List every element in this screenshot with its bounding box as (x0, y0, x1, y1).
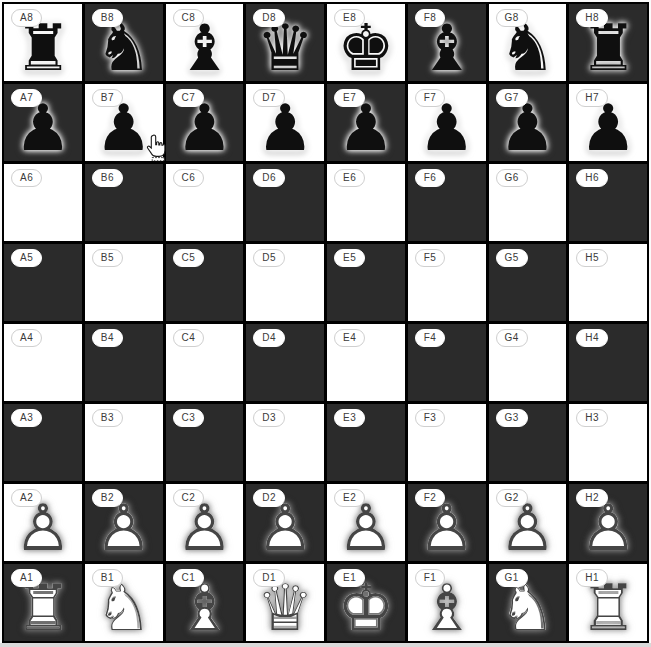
square-h3[interactable]: H3 (569, 404, 647, 481)
square-g6[interactable]: G6 (489, 164, 567, 241)
square-label: C8 (173, 9, 205, 27)
square-c3[interactable]: C3 (166, 404, 244, 481)
square-label: B4 (92, 329, 123, 347)
square-e3[interactable]: E3 (327, 404, 405, 481)
square-label: E5 (334, 249, 365, 267)
square-b1[interactable]: B1♞♘ (85, 564, 163, 641)
square-e4[interactable]: E4 (327, 324, 405, 401)
square-label: D6 (253, 169, 285, 187)
square-label: G4 (496, 329, 528, 347)
square-label: A3 (11, 409, 42, 427)
square-label: F3 (415, 409, 446, 427)
square-b2[interactable]: B2♟♙ (85, 484, 163, 561)
square-d8[interactable]: D8♛ (246, 4, 324, 81)
square-c7[interactable]: C7♟ (166, 84, 244, 161)
square-label: F5 (415, 249, 446, 267)
square-label: C7 (173, 89, 205, 107)
square-label: G7 (496, 89, 528, 107)
square-label: A7 (11, 89, 42, 107)
square-f8[interactable]: F8♝ (408, 4, 486, 81)
square-label: C6 (173, 169, 205, 187)
square-a1[interactable]: A1♜♖ (4, 564, 82, 641)
square-label: G2 (496, 489, 528, 507)
square-a3[interactable]: A3 (4, 404, 82, 481)
square-f1[interactable]: F1♝♗ (408, 564, 486, 641)
square-c1[interactable]: C1♝♗ (166, 564, 244, 641)
square-label: H5 (576, 249, 608, 267)
square-label: D4 (253, 329, 285, 347)
square-label: G3 (496, 409, 528, 427)
square-label: C5 (173, 249, 205, 267)
square-f4[interactable]: F4 (408, 324, 486, 401)
square-d1[interactable]: D1♛♕ (246, 564, 324, 641)
square-g3[interactable]: G3 (489, 404, 567, 481)
square-label: F6 (415, 169, 446, 187)
square-label: H7 (576, 89, 608, 107)
square-d3[interactable]: D3 (246, 404, 324, 481)
square-label: B8 (92, 9, 123, 27)
square-a2[interactable]: A2♟♙ (4, 484, 82, 561)
square-d6[interactable]: D6 (246, 164, 324, 241)
square-label: A6 (11, 169, 42, 187)
square-h7[interactable]: H7♟ (569, 84, 647, 161)
square-label: D2 (253, 489, 285, 507)
square-label: D3 (253, 409, 285, 427)
square-label: G1 (496, 569, 528, 587)
square-d4[interactable]: D4 (246, 324, 324, 401)
square-label: E3 (334, 409, 365, 427)
square-e5[interactable]: E5 (327, 244, 405, 321)
square-label: B5 (92, 249, 123, 267)
square-label: A1 (11, 569, 42, 587)
square-label: B3 (92, 409, 123, 427)
square-c6[interactable]: C6 (166, 164, 244, 241)
square-label: H6 (576, 169, 608, 187)
square-label: B7 (92, 89, 123, 107)
square-e8[interactable]: E8♚ (327, 4, 405, 81)
square-label: B6 (92, 169, 123, 187)
square-f6[interactable]: F6 (408, 164, 486, 241)
square-e2[interactable]: E2♟♙ (327, 484, 405, 561)
square-label: F4 (415, 329, 446, 347)
square-g5[interactable]: G5 (489, 244, 567, 321)
square-label: G8 (496, 9, 528, 27)
square-label: A2 (11, 489, 42, 507)
square-label: G6 (496, 169, 528, 187)
square-g8[interactable]: G8♞ (489, 4, 567, 81)
square-f2[interactable]: F2♟♙ (408, 484, 486, 561)
square-b5[interactable]: B5 (85, 244, 163, 321)
square-f5[interactable]: F5 (408, 244, 486, 321)
square-label: F1 (415, 569, 446, 587)
square-c2[interactable]: C2♟♙ (166, 484, 244, 561)
square-c8[interactable]: C8♝ (166, 4, 244, 81)
square-label: C4 (173, 329, 205, 347)
square-label: A4 (11, 329, 42, 347)
square-g1[interactable]: G1♞♘ (489, 564, 567, 641)
square-label: H3 (576, 409, 608, 427)
square-label: C3 (173, 409, 205, 427)
square-f3[interactable]: F3 (408, 404, 486, 481)
square-a7[interactable]: A7♟ (4, 84, 82, 161)
square-label: F8 (415, 9, 446, 27)
square-g7[interactable]: G7♟ (489, 84, 567, 161)
square-h1[interactable]: H1♜♖ (569, 564, 647, 641)
square-label: H1 (576, 569, 608, 587)
square-label: A8 (11, 9, 42, 27)
chess-board: A8♜B8♞C8♝D8♛E8♚F8♝G8♞H8♜A7♟B7♟C7♟D7♟E7♟F… (2, 2, 649, 643)
square-label: C1 (173, 569, 205, 587)
chess-app: A8♜B8♞C8♝D8♛E8♚F8♝G8♞H8♜A7♟B7♟C7♟D7♟E7♟F… (0, 0, 651, 647)
square-label: H4 (576, 329, 608, 347)
square-label: C2 (173, 489, 205, 507)
square-label: E6 (334, 169, 365, 187)
square-label: D1 (253, 569, 285, 587)
square-b4[interactable]: B4 (85, 324, 163, 401)
square-d7[interactable]: D7♟ (246, 84, 324, 161)
square-h6[interactable]: H6 (569, 164, 647, 241)
square-e1[interactable]: E1♚♔ (327, 564, 405, 641)
square-label: E7 (334, 89, 365, 107)
square-label: D8 (253, 9, 285, 27)
square-f7[interactable]: F7♟ (408, 84, 486, 161)
square-a4[interactable]: A4 (4, 324, 82, 401)
square-b7[interactable]: B7♟ (85, 84, 163, 161)
square-label: H8 (576, 9, 608, 27)
square-e6[interactable]: E6 (327, 164, 405, 241)
square-b8[interactable]: B8♞ (85, 4, 163, 81)
square-a5[interactable]: A5 (4, 244, 82, 321)
square-d5[interactable]: D5 (246, 244, 324, 321)
bottom-edge (0, 643, 651, 647)
square-b6[interactable]: B6 (85, 164, 163, 241)
square-b3[interactable]: B3 (85, 404, 163, 481)
square-h8[interactable]: H8♜ (569, 4, 647, 81)
square-label: E8 (334, 9, 365, 27)
square-e7[interactable]: E7♟ (327, 84, 405, 161)
square-label: B2 (92, 489, 123, 507)
square-label: G5 (496, 249, 528, 267)
square-label: H2 (576, 489, 608, 507)
square-a8[interactable]: A8♜ (4, 4, 82, 81)
square-label: D7 (253, 89, 285, 107)
square-h2[interactable]: H2♟♙ (569, 484, 647, 561)
square-d2[interactable]: D2♟♙ (246, 484, 324, 561)
square-a6[interactable]: A6 (4, 164, 82, 241)
square-h5[interactable]: H5 (569, 244, 647, 321)
square-label: B1 (92, 569, 123, 587)
square-label: A5 (11, 249, 42, 267)
square-label: F2 (415, 489, 446, 507)
square-label: E2 (334, 489, 365, 507)
square-label: E1 (334, 569, 365, 587)
square-c5[interactable]: C5 (166, 244, 244, 321)
square-label: F7 (415, 89, 446, 107)
square-label: E4 (334, 329, 365, 347)
square-c4[interactable]: C4 (166, 324, 244, 401)
square-h4[interactable]: H4 (569, 324, 647, 401)
square-g2[interactable]: G2♟♙ (489, 484, 567, 561)
square-g4[interactable]: G4 (489, 324, 567, 401)
square-label: D5 (253, 249, 285, 267)
